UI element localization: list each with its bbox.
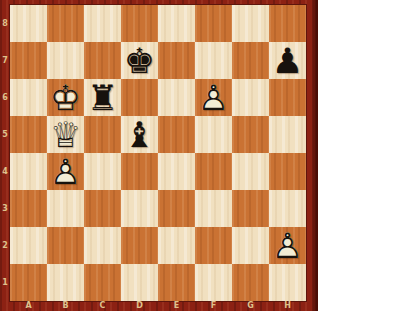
- square-d7[interactable]: ♚: [121, 42, 158, 79]
- white-queen[interactable]: ♛♕: [47, 116, 84, 153]
- white-king[interactable]: ♚♔: [47, 79, 84, 116]
- board-grid: ♚♟♚♔♜♟♙♛♕♝♟♙♟♙: [10, 5, 306, 301]
- square-c3[interactable]: [84, 190, 121, 227]
- square-e2[interactable]: [158, 227, 195, 264]
- square-e6[interactable]: [158, 79, 195, 116]
- square-b1[interactable]: [47, 264, 84, 301]
- square-c1[interactable]: [84, 264, 121, 301]
- white-pawn[interactable]: ♟♙: [47, 153, 84, 190]
- square-h8[interactable]: [269, 5, 306, 42]
- black-king-glyph: ♚: [121, 42, 158, 79]
- square-h7[interactable]: ♟: [269, 42, 306, 79]
- square-h3[interactable]: [269, 190, 306, 227]
- square-h6[interactable]: [269, 79, 306, 116]
- square-b6[interactable]: ♚♔: [47, 79, 84, 116]
- square-b2[interactable]: [47, 227, 84, 264]
- square-f4[interactable]: [195, 153, 232, 190]
- square-d8[interactable]: [121, 5, 158, 42]
- square-a5[interactable]: [10, 116, 47, 153]
- rank-label-6: 6: [0, 79, 10, 116]
- square-a1[interactable]: [10, 264, 47, 301]
- board-frame-shadow-edge: [312, 0, 318, 311]
- square-c8[interactable]: [84, 5, 121, 42]
- square-c7[interactable]: [84, 42, 121, 79]
- file-label-h: H: [269, 301, 306, 311]
- square-f1[interactable]: [195, 264, 232, 301]
- square-b4[interactable]: ♟♙: [47, 153, 84, 190]
- square-c2[interactable]: [84, 227, 121, 264]
- file-label-a: A: [10, 301, 47, 311]
- square-g7[interactable]: [232, 42, 269, 79]
- file-label-b: B: [47, 301, 84, 311]
- file-label-g: G: [232, 301, 269, 311]
- file-label-f: F: [195, 301, 232, 311]
- square-e8[interactable]: [158, 5, 195, 42]
- black-king[interactable]: ♚: [121, 42, 158, 79]
- square-c5[interactable]: [84, 116, 121, 153]
- square-a8[interactable]: [10, 5, 47, 42]
- chess-board: ♚♟♚♔♜♟♙♛♕♝♟♙♟♙ 87654321 ABCDEFGH: [0, 0, 318, 311]
- square-f5[interactable]: [195, 116, 232, 153]
- white-pawn-outline: ♙: [47, 153, 84, 190]
- square-b3[interactable]: [47, 190, 84, 227]
- square-c6[interactable]: ♜: [84, 79, 121, 116]
- square-f2[interactable]: [195, 227, 232, 264]
- black-pawn-glyph: ♟: [269, 42, 306, 79]
- square-h1[interactable]: [269, 264, 306, 301]
- square-f3[interactable]: [195, 190, 232, 227]
- square-d3[interactable]: [121, 190, 158, 227]
- square-f7[interactable]: [195, 42, 232, 79]
- square-a7[interactable]: [10, 42, 47, 79]
- page-background: ♚♟♚♔♜♟♙♛♕♝♟♙♟♙ 87654321 ABCDEFGH: [0, 0, 414, 311]
- square-d2[interactable]: [121, 227, 158, 264]
- white-king-outline: ♔: [47, 79, 84, 116]
- square-e3[interactable]: [158, 190, 195, 227]
- square-h2[interactable]: ♟♙: [269, 227, 306, 264]
- square-h5[interactable]: [269, 116, 306, 153]
- square-e1[interactable]: [158, 264, 195, 301]
- black-bishop[interactable]: ♝: [121, 116, 158, 153]
- square-d4[interactable]: [121, 153, 158, 190]
- square-e4[interactable]: [158, 153, 195, 190]
- rank-label-5: 5: [0, 116, 10, 153]
- rank-label-2: 2: [0, 227, 10, 264]
- square-e7[interactable]: [158, 42, 195, 79]
- square-g3[interactable]: [232, 190, 269, 227]
- square-d1[interactable]: [121, 264, 158, 301]
- square-f8[interactable]: [195, 5, 232, 42]
- square-b7[interactable]: [47, 42, 84, 79]
- white-pawn[interactable]: ♟♙: [195, 79, 232, 116]
- file-label-c: C: [84, 301, 121, 311]
- square-d6[interactable]: [121, 79, 158, 116]
- rank-label-7: 7: [0, 42, 10, 79]
- black-pawn[interactable]: ♟: [269, 42, 306, 79]
- square-g8[interactable]: [232, 5, 269, 42]
- square-g6[interactable]: [232, 79, 269, 116]
- square-h4[interactable]: [269, 153, 306, 190]
- file-label-d: D: [121, 301, 158, 311]
- square-a2[interactable]: [10, 227, 47, 264]
- square-g1[interactable]: [232, 264, 269, 301]
- white-pawn-outline: ♙: [195, 79, 232, 116]
- rank-label-4: 4: [0, 153, 10, 190]
- black-rook[interactable]: ♜: [84, 79, 121, 116]
- square-a3[interactable]: [10, 190, 47, 227]
- square-g4[interactable]: [232, 153, 269, 190]
- square-a4[interactable]: [10, 153, 47, 190]
- square-g2[interactable]: [232, 227, 269, 264]
- rank-label-1: 1: [0, 264, 10, 301]
- rank-label-8: 8: [0, 5, 10, 42]
- square-d5[interactable]: ♝: [121, 116, 158, 153]
- square-b8[interactable]: [47, 5, 84, 42]
- square-g5[interactable]: [232, 116, 269, 153]
- square-c4[interactable]: [84, 153, 121, 190]
- white-queen-outline: ♕: [47, 116, 84, 153]
- black-rook-glyph: ♜: [84, 79, 121, 116]
- black-bishop-glyph: ♝: [121, 116, 158, 153]
- square-f6[interactable]: ♟♙: [195, 79, 232, 116]
- square-a6[interactable]: [10, 79, 47, 116]
- file-label-e: E: [158, 301, 195, 311]
- square-b5[interactable]: ♛♕: [47, 116, 84, 153]
- square-e5[interactable]: [158, 116, 195, 153]
- white-pawn-outline: ♙: [269, 227, 306, 264]
- rank-label-3: 3: [0, 190, 10, 227]
- white-pawn[interactable]: ♟♙: [269, 227, 306, 264]
